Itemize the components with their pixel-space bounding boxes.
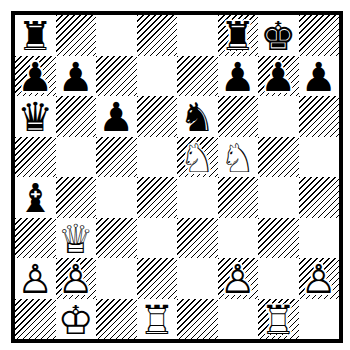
- square-a4[interactable]: ♝♝: [15, 177, 56, 218]
- black-bishop-piece: ♝♝: [15, 177, 56, 218]
- white-king-piece: ♚♔: [56, 299, 97, 340]
- square-h5[interactable]: [299, 137, 340, 178]
- square-e2[interactable]: [177, 258, 218, 299]
- square-c8[interactable]: [96, 15, 137, 56]
- square-d3[interactable]: [137, 218, 178, 259]
- square-g4[interactable]: [258, 177, 299, 218]
- square-d6[interactable]: [137, 96, 178, 137]
- square-a7[interactable]: ♟♟: [15, 56, 56, 97]
- square-e6[interactable]: ♞♞: [177, 96, 218, 137]
- square-g7[interactable]: ♟♟: [258, 56, 299, 97]
- piece-glyph: ♙: [17, 259, 53, 299]
- square-c1[interactable]: [96, 299, 137, 340]
- square-f4[interactable]: [218, 177, 259, 218]
- square-d8[interactable]: [137, 15, 178, 56]
- square-b5[interactable]: [56, 137, 97, 178]
- white-queen-piece: ♛♕: [56, 218, 97, 259]
- piece-glyph: ♙: [220, 259, 256, 299]
- piece-glyph: ♙: [58, 259, 94, 299]
- square-g5[interactable]: [258, 137, 299, 178]
- piece-glyph: ♟: [17, 57, 53, 97]
- square-c5[interactable]: [96, 137, 137, 178]
- square-a8[interactable]: ♜♜: [15, 15, 56, 56]
- square-h7[interactable]: ♟♟: [299, 56, 340, 97]
- piece-glyph: ♙: [301, 259, 337, 299]
- square-d2[interactable]: [137, 258, 178, 299]
- piece-glyph: ♜: [220, 16, 256, 56]
- square-c6[interactable]: ♟♟: [96, 96, 137, 137]
- square-e3[interactable]: [177, 218, 218, 259]
- square-a2[interactable]: ♟♙: [15, 258, 56, 299]
- black-pawn-piece: ♟♟: [96, 96, 137, 137]
- square-e1[interactable]: [177, 299, 218, 340]
- square-f3[interactable]: [218, 218, 259, 259]
- square-a1[interactable]: [15, 299, 56, 340]
- piece-glyph: ♜: [17, 16, 53, 56]
- white-knight-piece: ♞♘: [218, 137, 259, 178]
- piece-glyph: ♝: [17, 178, 53, 218]
- square-h4[interactable]: [299, 177, 340, 218]
- square-g3[interactable]: [258, 218, 299, 259]
- square-b2[interactable]: ♟♙: [56, 258, 97, 299]
- square-e7[interactable]: [177, 56, 218, 97]
- square-f8[interactable]: ♜♜: [218, 15, 259, 56]
- black-rook-piece: ♜♜: [218, 15, 259, 56]
- black-pawn-piece: ♟♟: [258, 56, 299, 97]
- square-f5[interactable]: ♞♘: [218, 137, 259, 178]
- piece-glyph: ♟: [220, 57, 256, 97]
- black-pawn-piece: ♟♟: [299, 56, 340, 97]
- chess-board: ♜♜♜♜♚♚♟♟♟♟♟♟♟♟♟♟♛♛♟♟♞♞♞♘♞♘♝♝♛♕♟♙♟♙♟♙♟♙♚♔…: [15, 15, 339, 339]
- square-d5[interactable]: [137, 137, 178, 178]
- white-rook-piece: ♜♖: [137, 299, 178, 340]
- white-pawn-piece: ♟♙: [299, 258, 340, 299]
- black-pawn-piece: ♟♟: [56, 56, 97, 97]
- black-pawn-piece: ♟♟: [15, 56, 56, 97]
- white-pawn-piece: ♟♙: [218, 258, 259, 299]
- chess-diagram: ♜♜♜♜♚♚♟♟♟♟♟♟♟♟♟♟♛♛♟♟♞♞♞♘♞♘♝♝♛♕♟♙♟♙♟♙♟♙♚♔…: [0, 0, 350, 350]
- white-pawn-piece: ♟♙: [56, 258, 97, 299]
- square-g8[interactable]: ♚♚: [258, 15, 299, 56]
- square-d4[interactable]: [137, 177, 178, 218]
- black-knight-piece: ♞♞: [177, 96, 218, 137]
- piece-glyph: ♞: [179, 97, 215, 137]
- piece-glyph: ♕: [58, 219, 94, 259]
- piece-glyph: ♖: [260, 300, 296, 340]
- square-h6[interactable]: [299, 96, 340, 137]
- square-b6[interactable]: [56, 96, 97, 137]
- white-knight-piece: ♞♘: [177, 137, 218, 178]
- piece-glyph: ♟: [58, 57, 94, 97]
- piece-glyph: ♟: [260, 57, 296, 97]
- square-e8[interactable]: [177, 15, 218, 56]
- square-f6[interactable]: [218, 96, 259, 137]
- piece-glyph: ♘: [220, 138, 256, 178]
- square-h8[interactable]: [299, 15, 340, 56]
- square-h2[interactable]: ♟♙: [299, 258, 340, 299]
- square-b8[interactable]: [56, 15, 97, 56]
- square-b3[interactable]: ♛♕: [56, 218, 97, 259]
- square-c2[interactable]: [96, 258, 137, 299]
- black-king-piece: ♚♚: [258, 15, 299, 56]
- square-e4[interactable]: [177, 177, 218, 218]
- square-g6[interactable]: [258, 96, 299, 137]
- square-f2[interactable]: ♟♙: [218, 258, 259, 299]
- square-a5[interactable]: [15, 137, 56, 178]
- square-a3[interactable]: [15, 218, 56, 259]
- square-d1[interactable]: ♜♖: [137, 299, 178, 340]
- square-c3[interactable]: [96, 218, 137, 259]
- board-frame: ♜♜♜♜♚♚♟♟♟♟♟♟♟♟♟♟♛♛♟♟♞♞♞♘♞♘♝♝♛♕♟♙♟♙♟♙♟♙♚♔…: [11, 11, 343, 343]
- white-rook-piece: ♜♖: [258, 299, 299, 340]
- square-f7[interactable]: ♟♟: [218, 56, 259, 97]
- square-b1[interactable]: ♚♔: [56, 299, 97, 340]
- piece-glyph: ♔: [58, 300, 94, 340]
- square-d7[interactable]: [137, 56, 178, 97]
- square-h3[interactable]: [299, 218, 340, 259]
- square-c4[interactable]: [96, 177, 137, 218]
- square-e5[interactable]: ♞♘: [177, 137, 218, 178]
- black-pawn-piece: ♟♟: [218, 56, 259, 97]
- piece-glyph: ♚: [260, 16, 296, 56]
- square-a6[interactable]: ♛♛: [15, 96, 56, 137]
- piece-glyph: ♛: [17, 97, 53, 137]
- square-f1[interactable]: [218, 299, 259, 340]
- square-g2[interactable]: [258, 258, 299, 299]
- black-rook-piece: ♜♜: [15, 15, 56, 56]
- square-b4[interactable]: [56, 177, 97, 218]
- piece-glyph: ♖: [139, 300, 175, 340]
- piece-glyph: ♟: [98, 97, 134, 137]
- white-pawn-piece: ♟♙: [15, 258, 56, 299]
- piece-glyph: ♘: [179, 138, 215, 178]
- piece-glyph: ♟: [301, 57, 337, 97]
- square-h1[interactable]: [299, 299, 340, 340]
- square-b7[interactable]: ♟♟: [56, 56, 97, 97]
- square-g1[interactable]: ♜♖: [258, 299, 299, 340]
- black-queen-piece: ♛♛: [15, 96, 56, 137]
- square-c7[interactable]: [96, 56, 137, 97]
